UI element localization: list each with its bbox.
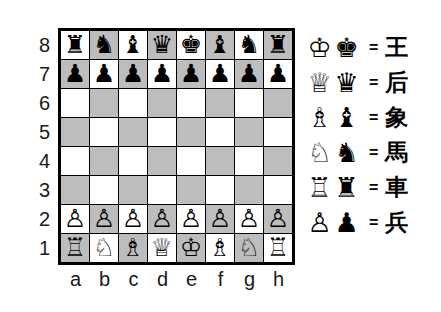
white-pawn-icon: ♙ <box>306 205 333 240</box>
white-pawn-piece: ♙ <box>122 205 144 233</box>
square-g3 <box>235 176 263 204</box>
white-knight-icon: ♘ <box>306 135 333 170</box>
black-knight-icon: ♞ <box>333 135 360 170</box>
square-b8: ♞ <box>90 31 118 59</box>
square-f7: ♟ <box>206 60 234 88</box>
white-bishop-icon: ♗ <box>306 100 333 135</box>
legend-row-queen: ♕♛=后 <box>306 65 408 100</box>
chinese-name-knight: 馬 <box>385 137 408 168</box>
square-b1: ♘ <box>90 234 118 262</box>
square-h8: ♜ <box>264 31 292 59</box>
file-label-f: f <box>206 267 235 291</box>
rank-label-8: 8 <box>28 31 54 60</box>
equals-sign: = <box>369 144 378 162</box>
rank-label-3: 3 <box>28 176 54 205</box>
chinese-name-bishop: 象 <box>385 102 408 133</box>
black-rook-piece: ♜ <box>267 31 289 59</box>
black-knight-piece: ♞ <box>238 31 260 59</box>
square-f1: ♗ <box>206 234 234 262</box>
white-king-icon: ♔ <box>306 30 333 65</box>
white-knight-piece: ♘ <box>93 234 115 262</box>
file-label-e: e <box>177 267 206 291</box>
equals-sign: = <box>369 109 378 127</box>
square-f8: ♝ <box>206 31 234 59</box>
equals-sign: = <box>369 74 378 92</box>
black-pawn-piece: ♟ <box>122 60 144 88</box>
black-rook-piece: ♜ <box>64 31 86 59</box>
file-labels: abcdefgh <box>61 267 293 291</box>
white-pawn-piece: ♙ <box>180 205 202 233</box>
square-f3 <box>206 176 234 204</box>
rank-label-4: 4 <box>28 147 54 176</box>
square-e5 <box>177 118 205 146</box>
black-pawn-piece: ♟ <box>93 60 115 88</box>
chinese-name-king: 王 <box>385 32 408 63</box>
square-b4 <box>90 147 118 175</box>
square-e4 <box>177 147 205 175</box>
square-a1: ♖ <box>61 234 89 262</box>
square-d7: ♟ <box>148 60 176 88</box>
square-h7: ♟ <box>264 60 292 88</box>
chinese-name-pawn: 兵 <box>385 207 408 238</box>
square-a6 <box>61 89 89 117</box>
square-b3 <box>90 176 118 204</box>
legend-row-king: ♔♚=王 <box>306 30 408 65</box>
black-queen-icon: ♛ <box>333 65 360 100</box>
square-h5 <box>264 118 292 146</box>
square-b7: ♟ <box>90 60 118 88</box>
black-pawn-piece: ♟ <box>209 60 231 88</box>
file-label-b: b <box>90 267 119 291</box>
white-bishop-piece: ♗ <box>209 234 231 262</box>
black-bishop-icon: ♝ <box>333 100 360 135</box>
square-e6 <box>177 89 205 117</box>
file-label-h: h <box>264 267 293 291</box>
square-b5 <box>90 118 118 146</box>
rank-labels: 87654321 <box>28 31 54 263</box>
square-g7: ♟ <box>235 60 263 88</box>
square-d2: ♙ <box>148 205 176 233</box>
square-c6 <box>119 89 147 117</box>
square-d1: ♕ <box>148 234 176 262</box>
legend-row-bishop: ♗♝=象 <box>306 100 408 135</box>
black-rook-icon: ♜ <box>333 170 360 205</box>
square-f6 <box>206 89 234 117</box>
legend-row-rook: ♖♜=車 <box>306 170 408 205</box>
white-rook-icon: ♖ <box>306 170 333 205</box>
white-pawn-piece: ♙ <box>64 205 86 233</box>
black-pawn-piece: ♟ <box>238 60 260 88</box>
square-a3 <box>61 176 89 204</box>
white-queen-piece: ♕ <box>151 234 173 262</box>
square-b6 <box>90 89 118 117</box>
square-a8: ♜ <box>61 31 89 59</box>
square-c2: ♙ <box>119 205 147 233</box>
square-h3 <box>264 176 292 204</box>
square-a2: ♙ <box>61 205 89 233</box>
square-a7: ♟ <box>61 60 89 88</box>
square-c8: ♝ <box>119 31 147 59</box>
equals-sign: = <box>369 214 378 232</box>
square-h4 <box>264 147 292 175</box>
square-d3 <box>148 176 176 204</box>
square-c4 <box>119 147 147 175</box>
file-label-d: d <box>148 267 177 291</box>
file-label-a: a <box>61 267 90 291</box>
white-pawn-piece: ♙ <box>209 205 231 233</box>
black-pawn-piece: ♟ <box>64 60 86 88</box>
chess-board: ♜♞♝♛♚♝♞♜♟♟♟♟♟♟♟♟♙♙♙♙♙♙♙♙♖♘♗♕♔♗♘♖ <box>58 28 295 265</box>
white-king-piece: ♔ <box>180 234 202 262</box>
square-g6 <box>235 89 263 117</box>
chinese-name-queen: 后 <box>385 67 408 98</box>
black-king-icon: ♚ <box>333 30 360 65</box>
equals-sign: = <box>369 179 378 197</box>
square-c7: ♟ <box>119 60 147 88</box>
square-b2: ♙ <box>90 205 118 233</box>
legend-row-knight: ♘♞=馬 <box>306 135 408 170</box>
black-pawn-icon: ♟ <box>333 205 360 240</box>
black-pawn-piece: ♟ <box>151 60 173 88</box>
square-g5 <box>235 118 263 146</box>
square-f5 <box>206 118 234 146</box>
black-king-piece: ♚ <box>180 31 202 59</box>
black-pawn-piece: ♟ <box>180 60 202 88</box>
white-queen-icon: ♕ <box>306 65 333 100</box>
square-e7: ♟ <box>177 60 205 88</box>
square-g4 <box>235 147 263 175</box>
square-c5 <box>119 118 147 146</box>
square-f4 <box>206 147 234 175</box>
square-e2: ♙ <box>177 205 205 233</box>
white-rook-piece: ♖ <box>267 234 289 262</box>
square-a4 <box>61 147 89 175</box>
square-e3 <box>177 176 205 204</box>
white-pawn-piece: ♙ <box>267 205 289 233</box>
square-c1: ♗ <box>119 234 147 262</box>
white-pawn-piece: ♙ <box>93 205 115 233</box>
rank-label-2: 2 <box>28 205 54 234</box>
chinese-name-rook: 車 <box>385 172 408 203</box>
chess-diagram: 87654321 ♜♞♝♛♚♝♞♜♟♟♟♟♟♟♟♟♙♙♙♙♙♙♙♙♖♘♗♕♔♗♘… <box>0 0 441 312</box>
square-d8: ♛ <box>148 31 176 59</box>
legend-row-pawn: ♙♟=兵 <box>306 205 408 240</box>
white-rook-piece: ♖ <box>64 234 86 262</box>
square-g8: ♞ <box>235 31 263 59</box>
rank-label-5: 5 <box>28 118 54 147</box>
white-bishop-piece: ♗ <box>122 234 144 262</box>
black-pawn-piece: ♟ <box>267 60 289 88</box>
square-e1: ♔ <box>177 234 205 262</box>
piece-legend: ♔♚=王♕♛=后♗♝=象♘♞=馬♖♜=車♙♟=兵 <box>306 30 408 240</box>
white-pawn-piece: ♙ <box>151 205 173 233</box>
file-label-c: c <box>119 267 148 291</box>
square-d4 <box>148 147 176 175</box>
white-pawn-piece: ♙ <box>238 205 260 233</box>
file-label-g: g <box>235 267 264 291</box>
square-d6 <box>148 89 176 117</box>
square-g2: ♙ <box>235 205 263 233</box>
square-g1: ♘ <box>235 234 263 262</box>
square-a5 <box>61 118 89 146</box>
square-d5 <box>148 118 176 146</box>
rank-label-6: 6 <box>28 89 54 118</box>
equals-sign: = <box>369 39 378 57</box>
square-h1: ♖ <box>264 234 292 262</box>
square-f2: ♙ <box>206 205 234 233</box>
black-bishop-piece: ♝ <box>122 31 144 59</box>
black-knight-piece: ♞ <box>93 31 115 59</box>
square-h6 <box>264 89 292 117</box>
rank-label-7: 7 <box>28 60 54 89</box>
white-knight-piece: ♘ <box>238 234 260 262</box>
square-e8: ♚ <box>177 31 205 59</box>
square-c3 <box>119 176 147 204</box>
black-bishop-piece: ♝ <box>209 31 231 59</box>
rank-label-1: 1 <box>28 234 54 263</box>
black-queen-piece: ♛ <box>151 31 173 59</box>
square-h2: ♙ <box>264 205 292 233</box>
